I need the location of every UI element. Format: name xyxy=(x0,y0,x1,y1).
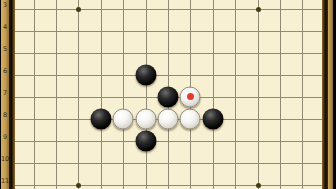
white-stone xyxy=(158,108,179,129)
row-label: 10 xyxy=(0,156,11,162)
row-label: 4 xyxy=(0,24,11,30)
grid-vertical-line xyxy=(56,0,57,189)
row-label: 8 xyxy=(0,112,11,118)
row-label: 3 xyxy=(0,2,11,8)
last-move-marker xyxy=(187,93,194,100)
row-label: 6 xyxy=(0,68,11,74)
white-stone xyxy=(113,108,134,129)
black-stone xyxy=(135,64,156,85)
row-label: 7 xyxy=(0,90,11,96)
grid-vertical-line xyxy=(280,0,281,189)
gomoku-board[interactable] xyxy=(15,0,322,189)
white-stone xyxy=(135,108,156,129)
black-stone xyxy=(90,108,111,129)
grid-vertical-line xyxy=(235,0,236,189)
grid-horizontal-line xyxy=(15,75,322,76)
white-stone xyxy=(180,86,201,107)
grid-horizontal-line xyxy=(15,53,322,54)
black-stone xyxy=(135,130,156,151)
grid-vertical-line xyxy=(213,0,214,189)
grid-horizontal-line xyxy=(15,185,322,186)
grid-vertical-line xyxy=(78,0,79,189)
board-right-edge-trim xyxy=(328,0,333,189)
star-point xyxy=(256,183,261,188)
grid-vertical-line xyxy=(258,0,259,189)
row-label: 11 xyxy=(0,178,11,184)
grid-horizontal-line xyxy=(15,141,322,142)
row-label: 9 xyxy=(0,134,11,140)
black-stone xyxy=(202,108,223,129)
grid-vertical-line xyxy=(101,0,102,189)
grid-vertical-line xyxy=(146,0,147,189)
row-label: 5 xyxy=(0,46,11,52)
star-point xyxy=(76,7,81,12)
grid-vertical-line xyxy=(123,0,124,189)
gomoku-app-window: 34567891011 xyxy=(0,0,336,189)
grid-horizontal-line xyxy=(15,31,322,32)
grid-vertical-line xyxy=(302,0,303,189)
row-label-gutter: 34567891011 xyxy=(1,0,9,189)
grid-vertical-line xyxy=(34,0,35,189)
star-point xyxy=(76,183,81,188)
star-point xyxy=(256,7,261,12)
grid-horizontal-line xyxy=(15,163,322,164)
black-stone xyxy=(158,86,179,107)
white-stone xyxy=(180,108,201,129)
grid-horizontal-line xyxy=(15,9,322,10)
